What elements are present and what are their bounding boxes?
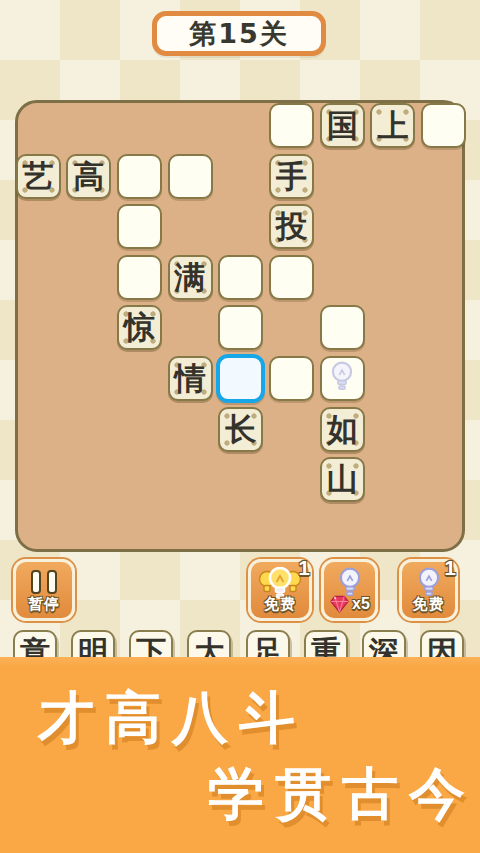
gem-cost-row: x5 — [324, 594, 375, 613]
board-tile-selected[interactable] — [216, 354, 265, 403]
board-tile-empty[interactable] — [218, 305, 263, 350]
board-tile-char: 惊 — [117, 305, 162, 350]
red-gem-icon — [329, 594, 350, 613]
board-tile-empty[interactable] — [218, 255, 263, 300]
level-banner: 第15关 — [152, 11, 326, 56]
board-tile-empty[interactable] — [269, 356, 314, 401]
pause-button-label: 暂停 — [16, 595, 72, 614]
board-tile-char: 长 — [218, 407, 263, 452]
pause-icon — [16, 570, 72, 594]
hint-count-badge: 1 — [444, 556, 456, 580]
board-tile-empty[interactable] — [269, 255, 314, 300]
board-tile-char: 国 — [320, 103, 365, 148]
board-tile-char: 艺 — [16, 154, 61, 199]
board-tile-empty[interactable] — [269, 103, 314, 148]
board-tile-char: 投 — [269, 204, 314, 249]
hint-button-gold[interactable]: 免费 1 — [248, 559, 312, 621]
board-tile-empty[interactable] — [117, 204, 162, 249]
game-screen: 第15关 暂停 免费 1 x5 免费 1 才高八斗 学贯古今 国上艺高手投满惊情… — [0, 0, 480, 853]
board-tile-empty[interactable] — [117, 255, 162, 300]
board-tile-char: 上 — [370, 103, 415, 148]
board-tile-char: 满 — [168, 255, 213, 300]
board-tile-char: 高 — [66, 154, 111, 199]
board-tile-empty[interactable] — [320, 305, 365, 350]
pause-button[interactable]: 暂停 — [13, 559, 75, 621]
hint-free-label: 免费 — [251, 595, 309, 614]
gem-count-label: x5 — [352, 595, 370, 613]
hint-count-badge: 1 — [298, 556, 310, 580]
hint-button-gem[interactable]: x5 — [321, 559, 378, 621]
level-banner-label: 第15关 — [189, 16, 289, 52]
board-tile-empty[interactable] — [168, 154, 213, 199]
board-tile-empty[interactable] — [117, 154, 162, 199]
hint-button-free[interactable]: 免费 1 — [399, 559, 458, 621]
board-tile-char: 手 — [269, 154, 314, 199]
idiom-text-1: 才高八斗 — [38, 681, 306, 757]
board-tile-char: 如 — [320, 407, 365, 452]
board-tile-empty[interactable] — [421, 103, 466, 148]
hint-lightbulb-icon — [329, 360, 355, 397]
idiom-text-2: 学贯古今 — [208, 757, 476, 833]
hint-free-label: 免费 — [402, 595, 455, 614]
board-tile-hint[interactable] — [320, 356, 365, 401]
board-tile-char: 山 — [320, 457, 365, 502]
bottom-idiom-banner: 才高八斗 学贯古今 — [0, 657, 480, 853]
board-tile-char: 情 — [168, 356, 213, 401]
